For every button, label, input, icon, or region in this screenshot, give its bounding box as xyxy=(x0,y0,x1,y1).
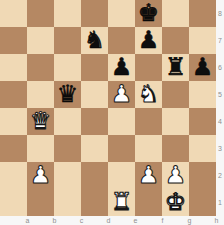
piece-white-pawn[interactable]: ♟ xyxy=(165,162,187,189)
piece-black-pawn[interactable]: ♟ xyxy=(138,27,160,54)
square-g8[interactable] xyxy=(162,0,189,27)
rank-label-5: 5 xyxy=(216,81,224,108)
square-h5[interactable] xyxy=(189,81,216,108)
file-coordinates: abcdefgh xyxy=(0,216,224,225)
square-a5[interactable] xyxy=(0,81,27,108)
square-f8[interactable]: ♚ xyxy=(135,0,162,27)
file-label-b: b xyxy=(41,216,68,225)
square-e6[interactable]: ♟ xyxy=(108,54,135,81)
piece-black-rook[interactable]: ♜ xyxy=(165,54,187,81)
square-b4[interactable]: ♛ xyxy=(27,108,54,135)
square-a4[interactable] xyxy=(0,108,27,135)
square-a3[interactable] xyxy=(0,135,27,162)
piece-black-queen[interactable]: ♛ xyxy=(57,81,79,108)
square-c7[interactable] xyxy=(54,27,81,54)
piece-black-king[interactable]: ♚ xyxy=(138,0,160,27)
square-h8[interactable] xyxy=(189,0,216,27)
square-c2[interactable] xyxy=(54,162,81,189)
square-b3[interactable] xyxy=(27,135,54,162)
square-d3[interactable] xyxy=(81,135,108,162)
chess-board-panel: ♚♞♟♟♜♟♛♟♞♛♟♟♟♜♚ 87654321 abcdefgh xyxy=(0,0,224,225)
file-label-g: g xyxy=(176,216,203,225)
square-g6[interactable]: ♜ xyxy=(162,54,189,81)
square-e8[interactable] xyxy=(108,0,135,27)
square-f5[interactable]: ♞ xyxy=(135,81,162,108)
square-a1[interactable] xyxy=(0,189,27,216)
square-d5[interactable] xyxy=(81,81,108,108)
piece-black-knight[interactable]: ♞ xyxy=(84,27,106,54)
piece-white-king[interactable]: ♚ xyxy=(165,189,187,216)
rank-label-8: 8 xyxy=(216,0,224,27)
square-d1[interactable] xyxy=(81,189,108,216)
piece-white-pawn[interactable]: ♟ xyxy=(30,162,52,189)
square-d8[interactable] xyxy=(81,0,108,27)
rank-label-2: 2 xyxy=(216,162,224,189)
square-h4[interactable] xyxy=(189,108,216,135)
square-f3[interactable] xyxy=(135,135,162,162)
square-c5[interactable]: ♛ xyxy=(54,81,81,108)
square-f2[interactable]: ♟ xyxy=(135,162,162,189)
square-d2[interactable] xyxy=(81,162,108,189)
rank-label-4: 4 xyxy=(216,108,224,135)
square-c1[interactable] xyxy=(54,189,81,216)
square-c8[interactable] xyxy=(54,0,81,27)
square-g1[interactable]: ♚ xyxy=(162,189,189,216)
file-label-h: h xyxy=(203,216,224,225)
square-f4[interactable] xyxy=(135,108,162,135)
square-g5[interactable] xyxy=(162,81,189,108)
rank-label-7: 7 xyxy=(216,27,224,54)
piece-black-pawn[interactable]: ♟ xyxy=(192,54,214,81)
square-a2[interactable] xyxy=(0,162,27,189)
square-h1[interactable] xyxy=(189,189,216,216)
square-b6[interactable] xyxy=(27,54,54,81)
file-label-c: c xyxy=(68,216,95,225)
square-h7[interactable] xyxy=(189,27,216,54)
square-e7[interactable] xyxy=(108,27,135,54)
piece-white-pawn[interactable]: ♟ xyxy=(111,81,133,108)
rank-label-3: 3 xyxy=(216,135,224,162)
piece-white-pawn[interactable]: ♟ xyxy=(138,162,160,189)
square-h6[interactable]: ♟ xyxy=(189,54,216,81)
square-b1[interactable] xyxy=(27,189,54,216)
square-f7[interactable]: ♟ xyxy=(135,27,162,54)
file-label-e: e xyxy=(122,216,149,225)
square-e1[interactable]: ♜ xyxy=(108,189,135,216)
square-g2[interactable]: ♟ xyxy=(162,162,189,189)
square-g4[interactable] xyxy=(162,108,189,135)
square-b5[interactable] xyxy=(27,81,54,108)
piece-white-rook[interactable]: ♜ xyxy=(111,189,133,216)
piece-black-pawn[interactable]: ♟ xyxy=(111,54,133,81)
board: ♚♞♟♟♜♟♛♟♞♛♟♟♟♜♚ xyxy=(0,0,216,216)
rank-coordinates: 87654321 xyxy=(216,0,224,216)
square-b2[interactable]: ♟ xyxy=(27,162,54,189)
square-c4[interactable] xyxy=(54,108,81,135)
square-a8[interactable] xyxy=(0,0,27,27)
square-c3[interactable] xyxy=(54,135,81,162)
square-c6[interactable] xyxy=(54,54,81,81)
square-e2[interactable] xyxy=(108,162,135,189)
square-g3[interactable] xyxy=(162,135,189,162)
file-label-a: a xyxy=(14,216,41,225)
square-e4[interactable] xyxy=(108,108,135,135)
file-label-d: d xyxy=(95,216,122,225)
rank-label-1: 1 xyxy=(216,189,224,216)
square-h2[interactable] xyxy=(189,162,216,189)
square-b7[interactable] xyxy=(27,27,54,54)
square-h3[interactable] xyxy=(189,135,216,162)
square-d4[interactable] xyxy=(81,108,108,135)
square-b8[interactable] xyxy=(27,0,54,27)
file-label-f: f xyxy=(149,216,176,225)
square-d6[interactable] xyxy=(81,54,108,81)
square-a6[interactable] xyxy=(0,54,27,81)
square-e3[interactable] xyxy=(108,135,135,162)
square-e5[interactable]: ♟ xyxy=(108,81,135,108)
rank-label-6: 6 xyxy=(216,54,224,81)
square-d7[interactable]: ♞ xyxy=(81,27,108,54)
square-f1[interactable] xyxy=(135,189,162,216)
square-f6[interactable] xyxy=(135,54,162,81)
square-a7[interactable] xyxy=(0,27,27,54)
piece-white-knight[interactable]: ♞ xyxy=(138,81,160,108)
piece-white-queen[interactable]: ♛ xyxy=(30,108,52,135)
square-g7[interactable] xyxy=(162,27,189,54)
